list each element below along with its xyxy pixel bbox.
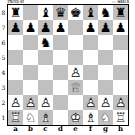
square-g4[interactable] — [98, 65, 113, 80]
square-f4[interactable] — [83, 65, 98, 80]
white-rook[interactable]: ♖ — [113, 110, 128, 125]
rank-label-6: 6 — [0, 35, 7, 50]
square-b7[interactable]: ♟ — [23, 20, 38, 35]
square-d4[interactable] — [53, 65, 68, 80]
square-a8[interactable]: ♜ — [8, 5, 23, 20]
square-d8[interactable]: ♛ — [53, 5, 68, 20]
square-c3[interactable] — [38, 80, 53, 95]
square-a7[interactable]: ♟ — [8, 20, 23, 35]
file-label-e: e — [68, 124, 83, 134]
board-frame: ♜♝♛♚♝♞♜♟♟♟♟♟♟♟♞♟♙♛♕♟♙♟♙♟♙♟♙♟♙♟♙♜♖♞♘♝♗♚♔♝… — [7, 4, 129, 126]
black-rook[interactable]: ♜ — [8, 5, 23, 20]
square-c2[interactable]: ♟♙ — [38, 95, 53, 110]
white-pawn[interactable]: ♙ — [8, 95, 23, 110]
square-b1[interactable]: ♞♘ — [23, 110, 38, 125]
square-d7[interactable]: ♟ — [53, 20, 68, 35]
white-pawn[interactable]: ♙ — [98, 95, 113, 110]
rank-labels: 87654321 — [0, 5, 7, 125]
file-label-h: h — [113, 124, 128, 134]
square-a2[interactable]: ♟♙ — [8, 95, 23, 110]
square-f7[interactable]: ♟ — [83, 20, 98, 35]
black-knight[interactable]: ♞ — [38, 35, 53, 50]
square-d3[interactable] — [53, 80, 68, 95]
square-h8[interactable]: ♜ — [113, 5, 128, 20]
white-bishop[interactable]: ♗ — [38, 110, 53, 125]
white-pawn[interactable]: ♙ — [23, 95, 38, 110]
square-b5[interactable] — [23, 50, 38, 65]
black-bishop[interactable]: ♝ — [38, 5, 53, 20]
square-c5[interactable] — [38, 50, 53, 65]
black-queen[interactable]: ♛ — [53, 5, 68, 20]
square-c7[interactable]: ♟ — [38, 20, 53, 35]
square-g8[interactable]: ♞ — [98, 5, 113, 20]
square-g3[interactable] — [98, 80, 113, 95]
square-h7[interactable]: ♟ — [113, 20, 128, 35]
black-pawn[interactable]: ♟ — [83, 20, 98, 35]
square-f5[interactable] — [83, 50, 98, 65]
white-bishop[interactable]: ♗ — [83, 110, 98, 125]
rank-label-7: 7 — [0, 20, 7, 35]
square-e6[interactable] — [68, 35, 83, 50]
square-a5[interactable] — [8, 50, 23, 65]
file-label-b: b — [23, 124, 38, 134]
square-f6[interactable] — [83, 35, 98, 50]
square-h3[interactable] — [113, 80, 128, 95]
rank-label-3: 3 — [0, 80, 7, 95]
black-pawn[interactable]: ♟ — [38, 20, 53, 35]
black-pawn[interactable]: ♟ — [23, 20, 38, 35]
square-c1[interactable]: ♝♗ — [38, 110, 53, 125]
white-pawn[interactable]: ♙ — [83, 95, 98, 110]
rank-label-8: 8 — [0, 5, 7, 20]
chess-board: ♜♝♛♚♝♞♜♟♟♟♟♟♟♟♞♟♙♛♕♟♙♟♙♟♙♟♙♟♙♟♙♜♖♞♘♝♗♚♔♝… — [8, 5, 128, 125]
white-pawn[interactable]: ♙ — [38, 95, 53, 110]
file-label-c: c — [38, 124, 53, 134]
black-pawn[interactable]: ♟ — [98, 20, 113, 35]
square-e8[interactable]: ♚ — [68, 5, 83, 20]
square-g1[interactable]: ♞♘ — [98, 110, 113, 125]
black-king[interactable]: ♚ — [68, 5, 83, 20]
square-c4[interactable] — [38, 65, 53, 80]
rank-label-2: 2 — [0, 95, 7, 110]
white-knight[interactable]: ♘ — [23, 110, 38, 125]
file-labels: abcdefgh — [8, 124, 128, 134]
square-a1[interactable]: ♜♖ — [8, 110, 23, 125]
square-h6[interactable] — [113, 35, 128, 50]
black-pawn[interactable]: ♟ — [113, 20, 128, 35]
square-a4[interactable] — [8, 65, 23, 80]
square-h1[interactable]: ♜♖ — [113, 110, 128, 125]
square-g2[interactable]: ♟♙ — [98, 95, 113, 110]
square-e4[interactable]: ♟♙ — [68, 65, 83, 80]
black-knight[interactable]: ♞ — [98, 5, 113, 20]
square-h5[interactable] — [113, 50, 128, 65]
square-g6[interactable] — [98, 35, 113, 50]
black-pawn[interactable]: ♟ — [8, 20, 23, 35]
square-f1[interactable]: ♝♗ — [83, 110, 98, 125]
square-e5[interactable] — [68, 50, 83, 65]
file-label-f: f — [83, 124, 98, 134]
white-queen[interactable]: ♕ — [68, 80, 83, 95]
square-b4[interactable] — [23, 65, 38, 80]
rank-label-5: 5 — [0, 50, 7, 65]
square-b2[interactable]: ♟♙ — [23, 95, 38, 110]
white-knight[interactable]: ♘ — [98, 110, 113, 125]
square-c8[interactable]: ♝ — [38, 5, 53, 20]
white-pawn[interactable]: ♙ — [113, 95, 128, 110]
rank-label-4: 4 — [0, 65, 7, 80]
square-b6[interactable] — [23, 35, 38, 50]
square-e3[interactable]: ♛♕ — [68, 80, 83, 95]
square-d2[interactable] — [53, 95, 68, 110]
file-label-a: a — [8, 124, 23, 134]
square-d1[interactable] — [53, 110, 68, 125]
square-d6[interactable] — [53, 35, 68, 50]
rank-label-1: 1 — [0, 110, 7, 125]
square-a6[interactable] — [8, 35, 23, 50]
square-d5[interactable] — [53, 50, 68, 65]
black-bishop[interactable]: ♝ — [83, 5, 98, 20]
square-e1[interactable]: ♚♔ — [68, 110, 83, 125]
square-b8[interactable] — [23, 5, 38, 20]
square-f2[interactable]: ♟♙ — [83, 95, 98, 110]
square-g7[interactable]: ♟ — [98, 20, 113, 35]
file-label-g: g — [98, 124, 113, 134]
chess-app-window: 1TbfCG-8f :: WUUU.N 87654321 ♜♝♛♚♝♞♜♟♟♟♟… — [0, 0, 135, 135]
square-e2[interactable] — [68, 95, 83, 110]
square-h2[interactable]: ♟♙ — [113, 95, 128, 110]
white-king[interactable]: ♔ — [68, 110, 83, 125]
white-rook[interactable]: ♖ — [8, 110, 23, 125]
square-a3[interactable] — [8, 80, 23, 95]
black-rook[interactable]: ♜ — [113, 5, 128, 20]
square-b3[interactable] — [23, 80, 38, 95]
square-f8[interactable]: ♝ — [83, 5, 98, 20]
square-e7[interactable] — [68, 20, 83, 35]
file-label-d: d — [53, 124, 68, 134]
square-h4[interactable] — [113, 65, 128, 80]
square-f3[interactable] — [83, 80, 98, 95]
square-c6[interactable]: ♞ — [38, 35, 53, 50]
white-pawn[interactable]: ♙ — [68, 65, 83, 80]
square-g5[interactable] — [98, 50, 113, 65]
black-pawn[interactable]: ♟ — [53, 20, 68, 35]
